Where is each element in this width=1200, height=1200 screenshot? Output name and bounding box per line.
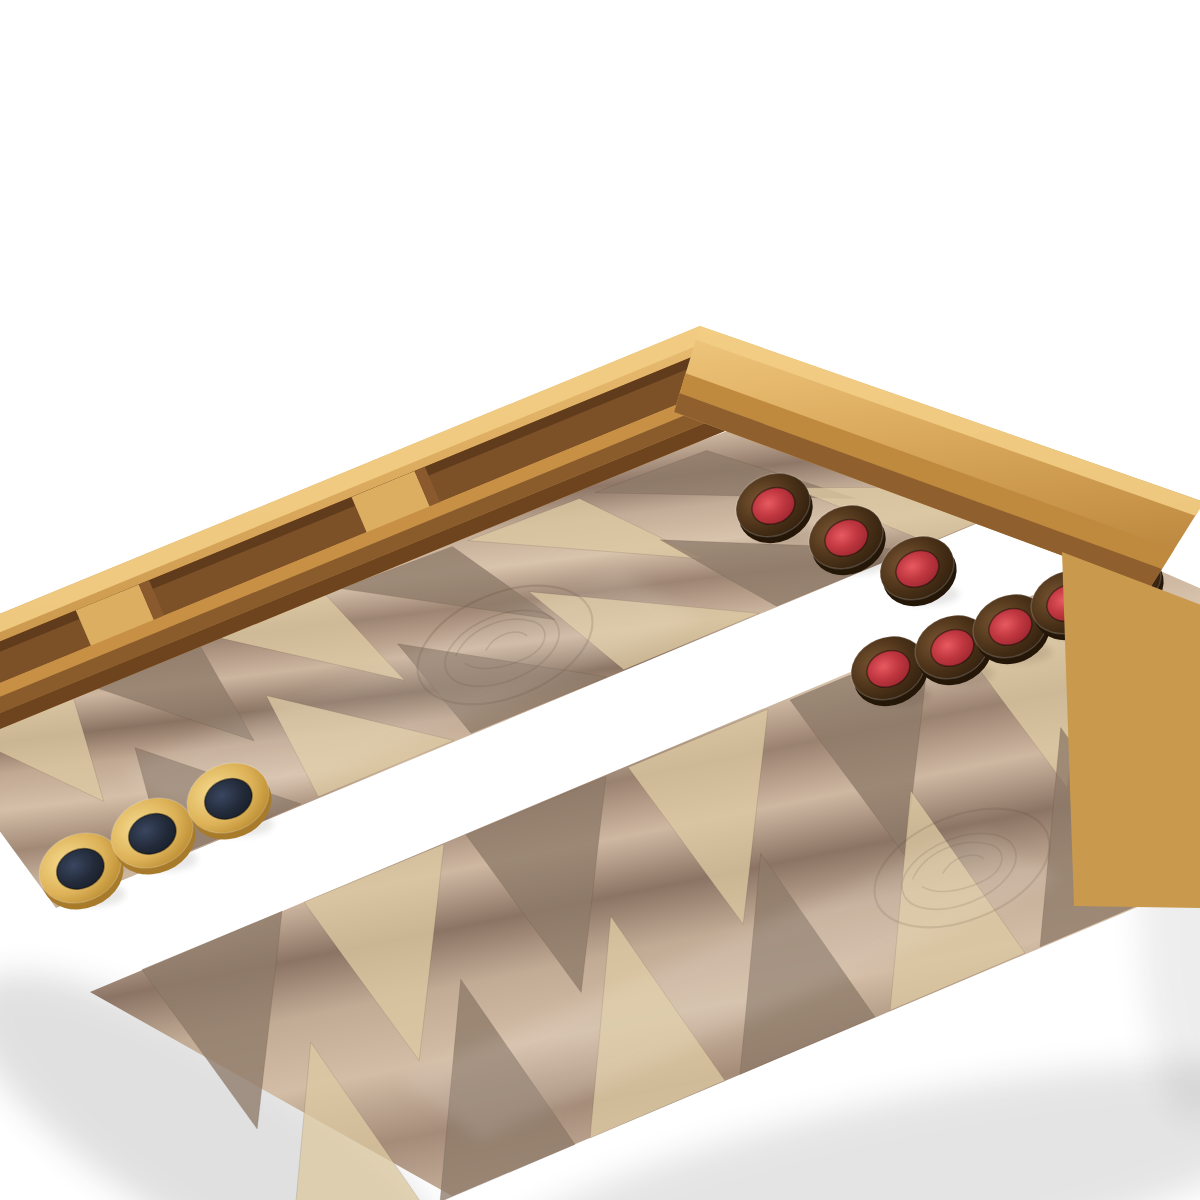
end-rail-lower xyxy=(1062,552,1200,908)
page: { "game": "backgammon", "scene": { "type… xyxy=(0,0,1200,1200)
product-photo-scene xyxy=(0,0,1200,1200)
backgammon-case xyxy=(0,0,1200,1200)
